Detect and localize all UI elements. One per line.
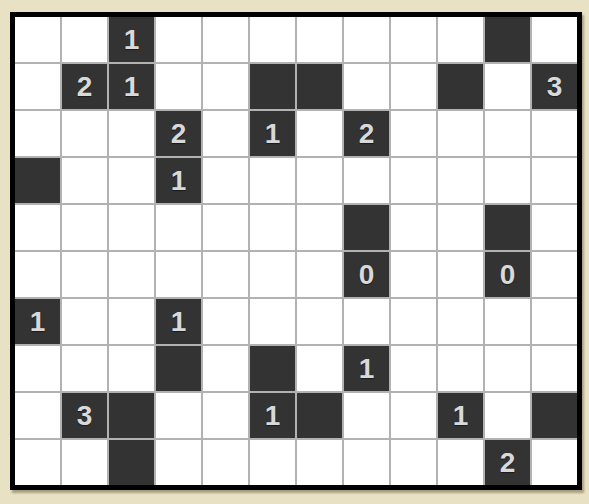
cell-r5c9[interactable] <box>391 205 436 250</box>
cell-r8c12[interactable] <box>532 346 577 391</box>
cell-r6c1[interactable] <box>15 252 60 297</box>
cell-r1c2[interactable] <box>62 17 107 62</box>
cell-r2c5[interactable] <box>203 64 248 109</box>
cell-r3c3[interactable] <box>109 111 154 156</box>
cell-r3c12[interactable] <box>532 111 577 156</box>
clue-cell-r2c2: 2 <box>62 64 107 109</box>
cell-r6c2[interactable] <box>62 252 107 297</box>
wall-cell-r10c3 <box>109 440 154 485</box>
clue-cell-r7c1: 1 <box>15 299 60 344</box>
cell-r8c2[interactable] <box>62 346 107 391</box>
wall-cell-r5c11 <box>485 205 530 250</box>
clue-cell-r8c8: 1 <box>344 346 389 391</box>
cell-r4c8[interactable] <box>344 158 389 203</box>
cell-r4c3[interactable] <box>109 158 154 203</box>
cell-r2c1[interactable] <box>15 64 60 109</box>
cell-r6c7[interactable] <box>297 252 342 297</box>
cell-r3c7[interactable] <box>297 111 342 156</box>
cell-r8c9[interactable] <box>391 346 436 391</box>
cell-r5c2[interactable] <box>62 205 107 250</box>
cell-r3c5[interactable] <box>203 111 248 156</box>
cell-r7c6[interactable] <box>250 299 295 344</box>
cell-r7c3[interactable] <box>109 299 154 344</box>
cell-r5c5[interactable] <box>203 205 248 250</box>
cell-r3c2[interactable] <box>62 111 107 156</box>
cell-r6c9[interactable] <box>391 252 436 297</box>
cell-r8c10[interactable] <box>438 346 483 391</box>
cell-r1c10[interactable] <box>438 17 483 62</box>
cell-r6c12[interactable] <box>532 252 577 297</box>
wall-cell-r4c1 <box>15 158 60 203</box>
cell-r10c10[interactable] <box>438 440 483 485</box>
cell-r9c1[interactable] <box>15 393 60 438</box>
wall-cell-r2c10 <box>438 64 483 109</box>
cell-r6c4[interactable] <box>156 252 201 297</box>
cell-r1c6[interactable] <box>250 17 295 62</box>
cell-r1c5[interactable] <box>203 17 248 62</box>
cell-r2c11[interactable] <box>485 64 530 109</box>
cell-r4c7[interactable] <box>297 158 342 203</box>
cell-r7c11[interactable] <box>485 299 530 344</box>
cell-r1c1[interactable] <box>15 17 60 62</box>
wall-cell-r9c7 <box>297 393 342 438</box>
clue-cell-r7c4: 1 <box>156 299 201 344</box>
wall-cell-r5c8 <box>344 205 389 250</box>
cell-r9c11[interactable] <box>485 393 530 438</box>
clue-cell-r3c8: 2 <box>344 111 389 156</box>
cell-r9c4[interactable] <box>156 393 201 438</box>
clue-cell-r3c4: 2 <box>156 111 201 156</box>
cell-r10c2[interactable] <box>62 440 107 485</box>
cell-r3c10[interactable] <box>438 111 483 156</box>
cell-r1c8[interactable] <box>344 17 389 62</box>
wall-cell-r1c11 <box>485 17 530 62</box>
cell-r8c11[interactable] <box>485 346 530 391</box>
wall-cell-r2c6 <box>250 64 295 109</box>
cell-r10c6[interactable] <box>250 440 295 485</box>
puzzle-board: 12132121001113112 <box>10 12 582 490</box>
cell-r10c5[interactable] <box>203 440 248 485</box>
cell-r5c3[interactable] <box>109 205 154 250</box>
clue-cell-r2c3: 1 <box>109 64 154 109</box>
cell-r8c3[interactable] <box>109 346 154 391</box>
clue-cell-r2c12: 3 <box>532 64 577 109</box>
cell-r8c7[interactable] <box>297 346 342 391</box>
cell-r3c11[interactable] <box>485 111 530 156</box>
cell-r8c1[interactable] <box>15 346 60 391</box>
cell-r5c7[interactable] <box>297 205 342 250</box>
cell-r7c8[interactable] <box>344 299 389 344</box>
cell-r5c6[interactable] <box>250 205 295 250</box>
cell-r1c12[interactable] <box>532 17 577 62</box>
cell-r4c5[interactable] <box>203 158 248 203</box>
cell-r4c11[interactable] <box>485 158 530 203</box>
cell-r2c4[interactable] <box>156 64 201 109</box>
cell-r6c6[interactable] <box>250 252 295 297</box>
cell-r4c10[interactable] <box>438 158 483 203</box>
cell-r1c9[interactable] <box>391 17 436 62</box>
cell-r10c1[interactable] <box>15 440 60 485</box>
cell-r7c10[interactable] <box>438 299 483 344</box>
cell-r3c1[interactable] <box>15 111 60 156</box>
cell-r4c6[interactable] <box>250 158 295 203</box>
cell-r8c5[interactable] <box>203 346 248 391</box>
clue-cell-r10c11: 2 <box>485 440 530 485</box>
cell-r7c5[interactable] <box>203 299 248 344</box>
cell-r2c9[interactable] <box>391 64 436 109</box>
cell-r5c1[interactable] <box>15 205 60 250</box>
cell-r4c9[interactable] <box>391 158 436 203</box>
clue-cell-r3c6: 1 <box>250 111 295 156</box>
clue-cell-r6c11: 0 <box>485 252 530 297</box>
wall-cell-r2c7 <box>297 64 342 109</box>
clue-cell-r9c2: 3 <box>62 393 107 438</box>
cell-r7c9[interactable] <box>391 299 436 344</box>
cell-r4c2[interactable] <box>62 158 107 203</box>
clue-cell-r1c3: 1 <box>109 17 154 62</box>
cell-r4c12[interactable] <box>532 158 577 203</box>
wall-cell-r8c6 <box>250 346 295 391</box>
akari-puzzle-page: 12132121001113112 <box>0 0 589 504</box>
cell-r5c12[interactable] <box>532 205 577 250</box>
cell-r6c5[interactable] <box>203 252 248 297</box>
cell-r7c7[interactable] <box>297 299 342 344</box>
cell-r5c4[interactable] <box>156 205 201 250</box>
cell-r1c4[interactable] <box>156 17 201 62</box>
clue-cell-r4c4: 1 <box>156 158 201 203</box>
wall-cell-r9c12 <box>532 393 577 438</box>
clue-cell-r6c8: 0 <box>344 252 389 297</box>
clue-cell-r9c10: 1 <box>438 393 483 438</box>
cell-r6c10[interactable] <box>438 252 483 297</box>
wall-cell-r9c3 <box>109 393 154 438</box>
cell-r1c7[interactable] <box>297 17 342 62</box>
cell-r9c9[interactable] <box>391 393 436 438</box>
cell-r5c10[interactable] <box>438 205 483 250</box>
cell-r9c5[interactable] <box>203 393 248 438</box>
cell-r10c9[interactable] <box>391 440 436 485</box>
cell-r10c7[interactable] <box>297 440 342 485</box>
cell-r3c9[interactable] <box>391 111 436 156</box>
cell-r6c3[interactable] <box>109 252 154 297</box>
cell-r7c2[interactable] <box>62 299 107 344</box>
cell-r10c4[interactable] <box>156 440 201 485</box>
cell-r2c8[interactable] <box>344 64 389 109</box>
akari-grid: 12132121001113112 <box>15 17 577 485</box>
cell-r7c12[interactable] <box>532 299 577 344</box>
cell-r10c12[interactable] <box>532 440 577 485</box>
cell-r9c8[interactable] <box>344 393 389 438</box>
clue-cell-r9c6: 1 <box>250 393 295 438</box>
cell-r10c8[interactable] <box>344 440 389 485</box>
wall-cell-r8c4 <box>156 346 201 391</box>
